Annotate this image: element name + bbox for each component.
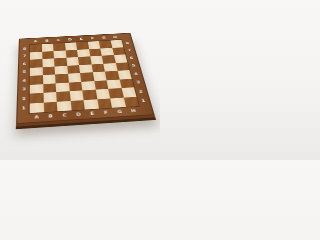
files_bottom-label: B xyxy=(44,111,58,121)
product-photo-background: ABCDEFGH 87654321 87654321 ABCDEFGH xyxy=(0,0,160,160)
files_bottom-label: H xyxy=(125,106,141,116)
chessboard: ABCDEFGH 87654321 87654321 ABCDEFGH xyxy=(16,33,155,124)
light-square xyxy=(57,101,71,112)
board-grid xyxy=(30,40,139,113)
files_bottom-label: D xyxy=(71,110,86,120)
files_bottom-label: E xyxy=(85,109,100,119)
files_bottom-label: A xyxy=(30,112,44,122)
rank-labels-left: 87654321 xyxy=(17,45,29,114)
ranks_left-label: 8 xyxy=(19,45,29,53)
dark-square xyxy=(70,100,85,111)
files_bottom-label: C xyxy=(57,110,72,120)
ranks_left-label: 1 xyxy=(17,103,29,114)
